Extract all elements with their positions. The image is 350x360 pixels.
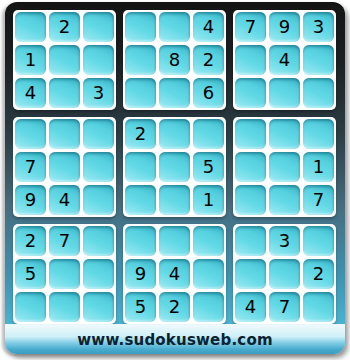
cell-r5c6[interactable]: 5 [193, 152, 224, 182]
cell-r3c3[interactable]: 3 [83, 78, 114, 108]
cell-r2c8[interactable]: 4 [269, 45, 300, 75]
cell-r9c6[interactable] [193, 292, 224, 322]
cell-r8c4[interactable]: 9 [125, 259, 156, 289]
cell-r7c2[interactable]: 7 [49, 226, 80, 256]
board-frame: 2143482679347942511727594523247 www.sudo… [5, 2, 345, 354]
cell-r5c4[interactable] [125, 152, 156, 182]
cell-r2c1[interactable]: 1 [15, 45, 46, 75]
cell-r6c3[interactable] [83, 185, 114, 215]
box-r2c3: 17 [233, 117, 336, 217]
cell-r7c3[interactable] [83, 226, 114, 256]
cell-r9c2[interactable] [49, 292, 80, 322]
cell-r8c2[interactable] [49, 259, 80, 289]
cell-r2c7[interactable] [235, 45, 266, 75]
cell-r4c5[interactable] [159, 119, 190, 149]
cell-r2c6[interactable]: 2 [193, 45, 224, 75]
box-r3c3: 3247 [233, 224, 336, 324]
cell-r7c5[interactable] [159, 226, 190, 256]
cell-r6c9[interactable]: 7 [303, 185, 334, 215]
cell-r2c5[interactable]: 8 [159, 45, 190, 75]
box-r1c3: 7934 [233, 10, 336, 110]
sudoku-board: 2143482679347942511727594523247 [13, 10, 336, 324]
footer-bar: www.sudokusweb.com [5, 324, 345, 354]
cell-r6c1[interactable]: 9 [15, 185, 46, 215]
cell-r7c9[interactable] [303, 226, 334, 256]
cell-r5c5[interactable] [159, 152, 190, 182]
website-link[interactable]: www.sudokusweb.com [77, 331, 272, 349]
cell-r6c6[interactable]: 1 [193, 185, 224, 215]
cell-r8c1[interactable]: 5 [15, 259, 46, 289]
cell-r4c6[interactable] [193, 119, 224, 149]
cell-r3c4[interactable] [125, 78, 156, 108]
box-r3c1: 275 [13, 224, 116, 324]
cell-r6c8[interactable] [269, 185, 300, 215]
cell-r9c1[interactable] [15, 292, 46, 322]
cell-r4c8[interactable] [269, 119, 300, 149]
cell-r9c7[interactable]: 4 [235, 292, 266, 322]
cell-r9c5[interactable]: 2 [159, 292, 190, 322]
cell-r4c2[interactable] [49, 119, 80, 149]
cell-r9c9[interactable] [303, 292, 334, 322]
cell-r3c1[interactable]: 4 [15, 78, 46, 108]
cell-r1c7[interactable]: 7 [235, 12, 266, 42]
cell-r2c2[interactable] [49, 45, 80, 75]
cell-r1c4[interactable] [125, 12, 156, 42]
box-r3c2: 9452 [123, 224, 226, 324]
cell-r4c7[interactable] [235, 119, 266, 149]
box-r1c2: 4826 [123, 10, 226, 110]
cell-r3c6[interactable]: 6 [193, 78, 224, 108]
cell-r5c1[interactable]: 7 [15, 152, 46, 182]
box-r1c1: 2143 [13, 10, 116, 110]
cell-r3c2[interactable] [49, 78, 80, 108]
cell-r2c9[interactable] [303, 45, 334, 75]
cell-r8c3[interactable] [83, 259, 114, 289]
sudoku-widget: 2143482679347942511727594523247 www.sudo… [0, 0, 350, 360]
cell-r1c5[interactable] [159, 12, 190, 42]
cell-r1c8[interactable]: 9 [269, 12, 300, 42]
cell-r5c8[interactable] [269, 152, 300, 182]
box-r2c2: 251 [123, 117, 226, 217]
cell-r8c6[interactable] [193, 259, 224, 289]
cell-r7c8[interactable]: 3 [269, 226, 300, 256]
cell-r4c4[interactable]: 2 [125, 119, 156, 149]
cell-r8c8[interactable] [269, 259, 300, 289]
box-r2c1: 794 [13, 117, 116, 217]
cell-r1c2[interactable]: 2 [49, 12, 80, 42]
cell-r5c9[interactable]: 1 [303, 152, 334, 182]
cell-r5c3[interactable] [83, 152, 114, 182]
cell-r7c4[interactable] [125, 226, 156, 256]
cell-r6c2[interactable]: 4 [49, 185, 80, 215]
cell-r6c5[interactable] [159, 185, 190, 215]
cell-r6c7[interactable] [235, 185, 266, 215]
cell-r7c7[interactable] [235, 226, 266, 256]
cell-r9c4[interactable]: 5 [125, 292, 156, 322]
cell-r4c3[interactable] [83, 119, 114, 149]
cell-r7c1[interactable]: 2 [15, 226, 46, 256]
cell-r1c3[interactable] [83, 12, 114, 42]
cell-r5c2[interactable] [49, 152, 80, 182]
cell-r4c1[interactable] [15, 119, 46, 149]
cell-r6c4[interactable] [125, 185, 156, 215]
cell-r3c8[interactable] [269, 78, 300, 108]
cell-r1c6[interactable]: 4 [193, 12, 224, 42]
cell-r8c9[interactable]: 2 [303, 259, 334, 289]
cell-r9c3[interactable] [83, 292, 114, 322]
cell-r9c8[interactable]: 7 [269, 292, 300, 322]
cell-r8c7[interactable] [235, 259, 266, 289]
cell-r4c9[interactable] [303, 119, 334, 149]
cell-r5c7[interactable] [235, 152, 266, 182]
cell-r2c4[interactable] [125, 45, 156, 75]
cell-r8c5[interactable]: 4 [159, 259, 190, 289]
cell-r7c6[interactable] [193, 226, 224, 256]
cell-r2c3[interactable] [83, 45, 114, 75]
cell-r3c7[interactable] [235, 78, 266, 108]
cell-r3c9[interactable] [303, 78, 334, 108]
cell-r1c9[interactable]: 3 [303, 12, 334, 42]
cell-r1c1[interactable] [15, 12, 46, 42]
cell-r3c5[interactable] [159, 78, 190, 108]
